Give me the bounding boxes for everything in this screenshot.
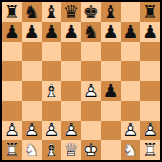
square-d3[interactable] bbox=[61, 101, 81, 121]
white-pawn-piece[interactable]: ♟♙ bbox=[121, 121, 141, 141]
white-pawn-piece[interactable]: ♟♙ bbox=[22, 121, 42, 141]
square-g8[interactable] bbox=[121, 2, 141, 22]
chess-board-frame: ♜♞♝♛♚♝♜♟♟♟♟♞♟♟♟♝♗♟♙♟♟♙♟♙♟♙♟♙♟♙♟♙♜♖♞♘♝♗♛♕… bbox=[0, 0, 162, 162]
square-c5[interactable] bbox=[42, 61, 62, 81]
square-a2[interactable]: ♟♙ bbox=[2, 121, 22, 141]
white-knight-piece[interactable]: ♞♘ bbox=[121, 140, 141, 160]
square-c1[interactable]: ♝♗ bbox=[42, 140, 62, 160]
square-b5[interactable] bbox=[22, 61, 42, 81]
square-f4[interactable]: ♟ bbox=[101, 81, 121, 101]
square-b4[interactable] bbox=[22, 81, 42, 101]
square-d7[interactable]: ♟ bbox=[61, 22, 81, 42]
square-e3[interactable] bbox=[81, 101, 101, 121]
square-d6[interactable] bbox=[61, 42, 81, 62]
square-b8[interactable]: ♞ bbox=[22, 2, 42, 22]
square-c8[interactable]: ♝ bbox=[42, 2, 62, 22]
square-a6[interactable] bbox=[2, 42, 22, 62]
square-h5[interactable] bbox=[140, 61, 160, 81]
white-pawn-piece[interactable]: ♟♙ bbox=[2, 121, 22, 141]
white-pawn-piece[interactable]: ♟♙ bbox=[61, 121, 81, 141]
square-h3[interactable] bbox=[140, 101, 160, 121]
square-f8[interactable]: ♝ bbox=[101, 2, 121, 22]
black-knight-piece[interactable]: ♞ bbox=[22, 2, 42, 22]
square-g2[interactable]: ♟♙ bbox=[121, 121, 141, 141]
white-rook-piece[interactable]: ♜♖ bbox=[140, 140, 160, 160]
square-e8[interactable]: ♚ bbox=[81, 2, 101, 22]
square-b6[interactable] bbox=[22, 42, 42, 62]
black-bishop-piece[interactable]: ♝ bbox=[101, 2, 121, 22]
black-bishop-piece[interactable]: ♝ bbox=[42, 2, 62, 22]
black-pawn-piece[interactable]: ♟ bbox=[121, 22, 141, 42]
black-pawn-piece[interactable]: ♟ bbox=[2, 22, 22, 42]
square-b2[interactable]: ♟♙ bbox=[22, 121, 42, 141]
white-bishop-piece[interactable]: ♝♗ bbox=[42, 140, 62, 160]
black-pawn-piece[interactable]: ♟ bbox=[61, 22, 81, 42]
square-c6[interactable] bbox=[42, 42, 62, 62]
black-queen-piece[interactable]: ♛ bbox=[61, 2, 81, 22]
square-h2[interactable]: ♟♙ bbox=[140, 121, 160, 141]
square-d5[interactable] bbox=[61, 61, 81, 81]
black-pawn-piece[interactable]: ♟ bbox=[22, 22, 42, 42]
square-g6[interactable] bbox=[121, 42, 141, 62]
square-g1[interactable]: ♞♘ bbox=[121, 140, 141, 160]
square-c3[interactable] bbox=[42, 101, 62, 121]
black-rook-piece[interactable]: ♜ bbox=[140, 2, 160, 22]
square-h1[interactable]: ♜♖ bbox=[140, 140, 160, 160]
square-g7[interactable]: ♟ bbox=[121, 22, 141, 42]
black-pawn-piece[interactable]: ♟ bbox=[101, 81, 121, 101]
square-g3[interactable] bbox=[121, 101, 141, 121]
square-f2[interactable] bbox=[101, 121, 121, 141]
square-c4[interactable]: ♝♗ bbox=[42, 81, 62, 101]
white-king-piece[interactable]: ♚♔ bbox=[81, 140, 101, 160]
square-f7[interactable]: ♟ bbox=[101, 22, 121, 42]
square-d1[interactable]: ♛♕ bbox=[61, 140, 81, 160]
square-b3[interactable] bbox=[22, 101, 42, 121]
black-king-piece[interactable]: ♚ bbox=[81, 2, 101, 22]
square-d2[interactable]: ♟♙ bbox=[61, 121, 81, 141]
square-f5[interactable] bbox=[101, 61, 121, 81]
white-queen-piece[interactable]: ♛♕ bbox=[61, 140, 81, 160]
square-c2[interactable]: ♟♙ bbox=[42, 121, 62, 141]
white-rook-piece[interactable]: ♜♖ bbox=[2, 140, 22, 160]
square-e6[interactable] bbox=[81, 42, 101, 62]
square-b7[interactable]: ♟ bbox=[22, 22, 42, 42]
square-e5[interactable] bbox=[81, 61, 101, 81]
square-a8[interactable]: ♜ bbox=[2, 2, 22, 22]
black-rook-piece[interactable]: ♜ bbox=[2, 2, 22, 22]
square-a3[interactable] bbox=[2, 101, 22, 121]
square-f6[interactable] bbox=[101, 42, 121, 62]
square-f1[interactable] bbox=[101, 140, 121, 160]
square-e4[interactable]: ♟♙ bbox=[81, 81, 101, 101]
black-pawn-piece[interactable]: ♟ bbox=[42, 22, 62, 42]
square-c7[interactable]: ♟ bbox=[42, 22, 62, 42]
square-g4[interactable] bbox=[121, 81, 141, 101]
square-h6[interactable] bbox=[140, 42, 160, 62]
square-e1[interactable]: ♚♔ bbox=[81, 140, 101, 160]
square-g5[interactable] bbox=[121, 61, 141, 81]
black-pawn-piece[interactable]: ♟ bbox=[140, 22, 160, 42]
square-h7[interactable]: ♟ bbox=[140, 22, 160, 42]
black-knight-piece[interactable]: ♞ bbox=[81, 22, 101, 42]
square-a1[interactable]: ♜♖ bbox=[2, 140, 22, 160]
white-pawn-piece[interactable]: ♟♙ bbox=[42, 121, 62, 141]
square-e7[interactable]: ♞ bbox=[81, 22, 101, 42]
white-pawn-piece[interactable]: ♟♙ bbox=[81, 81, 101, 101]
square-b1[interactable]: ♞♘ bbox=[22, 140, 42, 160]
black-pawn-piece[interactable]: ♟ bbox=[101, 22, 121, 42]
square-d8[interactable]: ♛ bbox=[61, 2, 81, 22]
square-a4[interactable] bbox=[2, 81, 22, 101]
square-a7[interactable]: ♟ bbox=[2, 22, 22, 42]
square-a5[interactable] bbox=[2, 61, 22, 81]
square-e2[interactable] bbox=[81, 121, 101, 141]
square-f3[interactable] bbox=[101, 101, 121, 121]
chess-board: ♜♞♝♛♚♝♜♟♟♟♟♞♟♟♟♝♗♟♙♟♟♙♟♙♟♙♟♙♟♙♟♙♜♖♞♘♝♗♛♕… bbox=[2, 2, 160, 160]
white-knight-piece[interactable]: ♞♘ bbox=[22, 140, 42, 160]
white-bishop-piece[interactable]: ♝♗ bbox=[42, 81, 62, 101]
square-h4[interactable] bbox=[140, 81, 160, 101]
square-h8[interactable]: ♜ bbox=[140, 2, 160, 22]
white-pawn-piece[interactable]: ♟♙ bbox=[140, 121, 160, 141]
square-d4[interactable] bbox=[61, 81, 81, 101]
